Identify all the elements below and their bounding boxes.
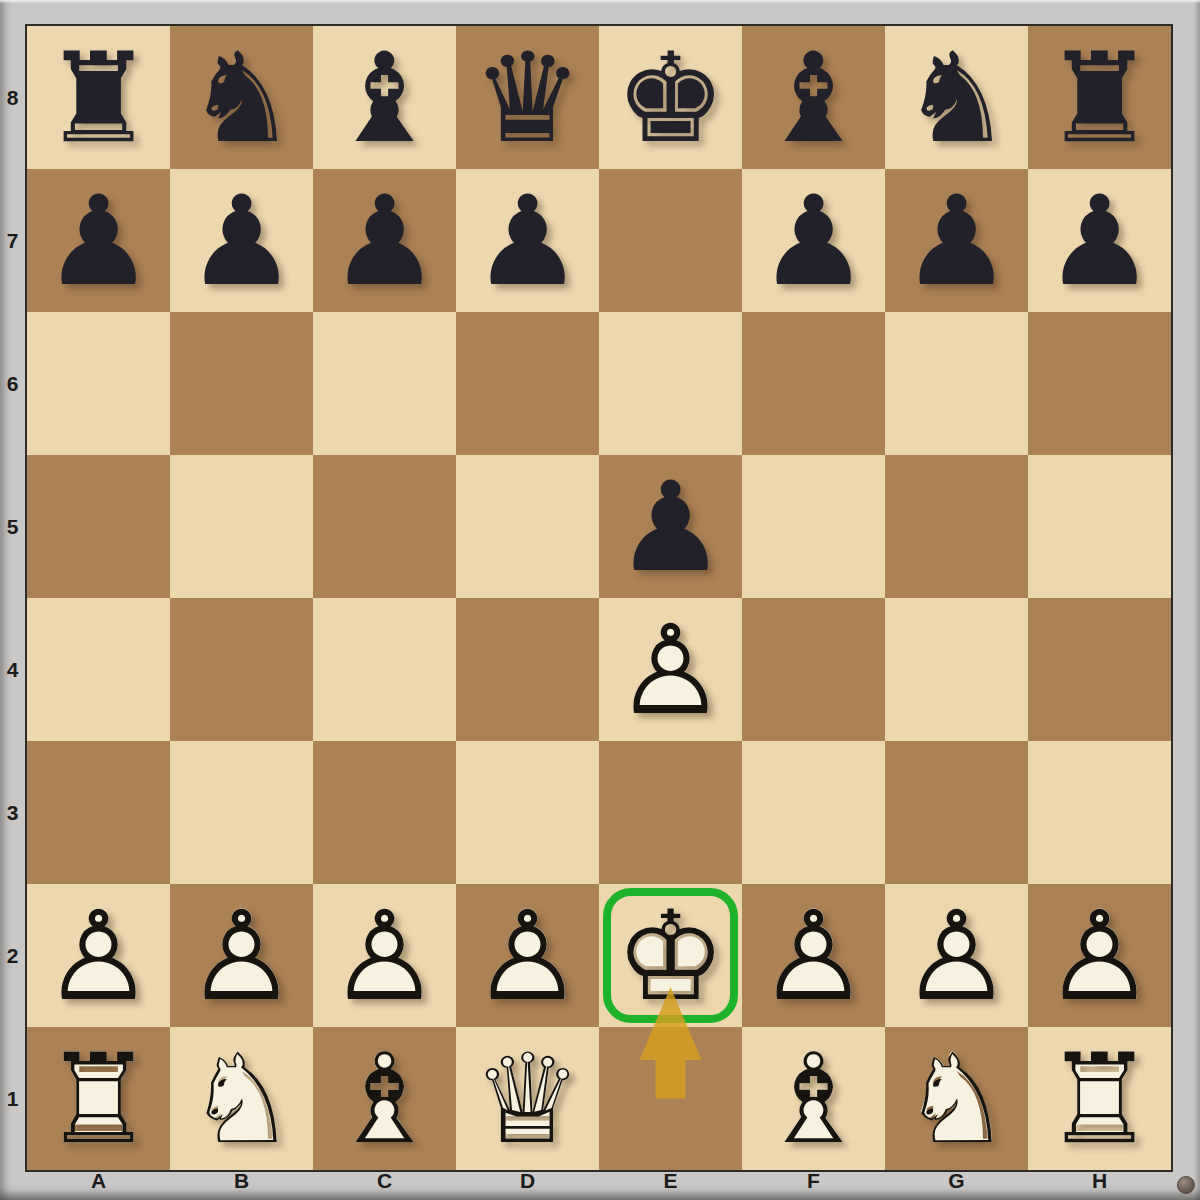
square-g4[interactable] [885, 598, 1028, 741]
square-d3[interactable] [456, 741, 599, 884]
square-c7[interactable]: ♟ [313, 169, 456, 312]
square-b8[interactable]: ♞ [170, 26, 313, 169]
piece-wP-d2[interactable]: ♙ [456, 884, 599, 1027]
square-c8[interactable]: ♝ [313, 26, 456, 169]
piece-bP-h7[interactable]: ♟ [1028, 169, 1171, 312]
piece-wK-e2[interactable]: ♔ [599, 884, 742, 1027]
square-a2[interactable]: ♙ [27, 884, 170, 1027]
piece-wP-f2[interactable]: ♙ [742, 884, 885, 1027]
square-h2[interactable]: ♙ [1028, 884, 1171, 1027]
piece-wP-c2[interactable]: ♙ [313, 884, 456, 1027]
piece-bP-g7[interactable]: ♟ [885, 169, 1028, 312]
square-e2[interactable]: ♔ [599, 884, 742, 1027]
piece-bQ-d8[interactable]: ♛ [456, 26, 599, 169]
piece-bB-c8[interactable]: ♝ [313, 26, 456, 169]
square-a7[interactable]: ♟ [27, 169, 170, 312]
square-a1[interactable]: ♖ [27, 1027, 170, 1170]
square-e7[interactable] [599, 169, 742, 312]
square-h3[interactable] [1028, 741, 1171, 884]
piece-wP-e4[interactable]: ♙ [599, 598, 742, 741]
rank-label-4: 4 [0, 598, 25, 741]
piece-bP-c7[interactable]: ♟ [313, 169, 456, 312]
square-e1[interactable] [599, 1027, 742, 1170]
square-f7[interactable]: ♟ [742, 169, 885, 312]
square-c3[interactable] [313, 741, 456, 884]
square-f3[interactable] [742, 741, 885, 884]
square-g8[interactable]: ♞ [885, 26, 1028, 169]
piece-bN-g8[interactable]: ♞ [885, 26, 1028, 169]
piece-bN-b8[interactable]: ♞ [170, 26, 313, 169]
square-c6[interactable] [313, 312, 456, 455]
file-label-a: A [27, 1170, 170, 1192]
square-b4[interactable] [170, 598, 313, 741]
rank-label-7: 7 [0, 169, 25, 312]
square-f6[interactable] [742, 312, 885, 455]
file-label-b: B [170, 1170, 313, 1192]
square-c5[interactable] [313, 455, 456, 598]
square-e4[interactable]: ♙ [599, 598, 742, 741]
file-label-e: E [599, 1170, 742, 1192]
piece-wR-a1[interactable]: ♖ [27, 1027, 170, 1170]
square-f2[interactable]: ♙ [742, 884, 885, 1027]
rank-label-2: 2 [0, 884, 25, 1027]
square-b2[interactable]: ♙ [170, 884, 313, 1027]
piece-wP-h2[interactable]: ♙ [1028, 884, 1171, 1027]
piece-wB-f1[interactable]: ♗ [742, 1027, 885, 1170]
square-h5[interactable] [1028, 455, 1171, 598]
square-f4[interactable] [742, 598, 885, 741]
square-h1[interactable]: ♖ [1028, 1027, 1171, 1170]
piece-bP-d7[interactable]: ♟ [456, 169, 599, 312]
square-c4[interactable] [313, 598, 456, 741]
square-a5[interactable] [27, 455, 170, 598]
square-h8[interactable]: ♜ [1028, 26, 1171, 169]
square-f8[interactable]: ♝ [742, 26, 885, 169]
square-d1[interactable]: ♕ [456, 1027, 599, 1170]
piece-wN-g1[interactable]: ♘ [885, 1027, 1028, 1170]
square-b5[interactable] [170, 455, 313, 598]
square-g5[interactable] [885, 455, 1028, 598]
file-label-h: H [1028, 1170, 1171, 1192]
piece-bK-e8[interactable]: ♚ [599, 26, 742, 169]
rank-label-6: 6 [0, 312, 25, 455]
square-c2[interactable]: ♙ [313, 884, 456, 1027]
frame-screw-icon [1177, 1176, 1195, 1194]
square-g2[interactable]: ♙ [885, 884, 1028, 1027]
square-d4[interactable] [456, 598, 599, 741]
square-g1[interactable]: ♘ [885, 1027, 1028, 1170]
square-b1[interactable]: ♘ [170, 1027, 313, 1170]
square-e8[interactable]: ♚ [599, 26, 742, 169]
square-a4[interactable] [27, 598, 170, 741]
rank-label-8: 8 [0, 26, 25, 169]
rank-label-5: 5 [0, 455, 25, 598]
file-label-c: C [313, 1170, 456, 1192]
square-a3[interactable] [27, 741, 170, 884]
square-h6[interactable] [1028, 312, 1171, 455]
square-d8[interactable]: ♛ [456, 26, 599, 169]
rank-label-3: 3 [0, 741, 25, 884]
file-label-g: G [885, 1170, 1028, 1192]
file-labels: ABCDEFGH [27, 1170, 1171, 1192]
piece-wP-b2[interactable]: ♙ [170, 884, 313, 1027]
square-e3[interactable] [599, 741, 742, 884]
square-e6[interactable] [599, 312, 742, 455]
rank-label-1: 1 [0, 1027, 25, 1170]
piece-wQ-d1[interactable]: ♕ [456, 1027, 599, 1170]
square-a8[interactable]: ♜ [27, 26, 170, 169]
piece-wB-c1[interactable]: ♗ [313, 1027, 456, 1170]
square-c1[interactable]: ♗ [313, 1027, 456, 1170]
piece-wP-g2[interactable]: ♙ [885, 884, 1028, 1027]
square-b6[interactable] [170, 312, 313, 455]
piece-bR-a8[interactable]: ♜ [27, 26, 170, 169]
rank-labels: 87654321 [0, 26, 25, 1170]
square-g7[interactable]: ♟ [885, 169, 1028, 312]
piece-wN-b1[interactable]: ♘ [170, 1027, 313, 1170]
square-e5[interactable]: ♟ [599, 455, 742, 598]
piece-bB-f8[interactable]: ♝ [742, 26, 885, 169]
square-a6[interactable] [27, 312, 170, 455]
piece-bP-f7[interactable]: ♟ [742, 169, 885, 312]
chess-board[interactable]: ♜♞♝♛♚♝♞♜♟♟♟♟♟♟♟♟♙♙♙♙♙♔♙♙♙♖♘♗♕♗♘♖ [25, 24, 1173, 1172]
square-f1[interactable]: ♗ [742, 1027, 885, 1170]
piece-wR-h1[interactable]: ♖ [1028, 1027, 1171, 1170]
square-g6[interactable] [885, 312, 1028, 455]
piece-bP-b7[interactable]: ♟ [170, 169, 313, 312]
square-d5[interactable] [456, 455, 599, 598]
piece-bP-e5[interactable]: ♟ [599, 455, 742, 598]
square-d2[interactable]: ♙ [456, 884, 599, 1027]
square-d7[interactable]: ♟ [456, 169, 599, 312]
piece-wP-a2[interactable]: ♙ [27, 884, 170, 1027]
file-label-f: F [742, 1170, 885, 1192]
square-h7[interactable]: ♟ [1028, 169, 1171, 312]
square-f5[interactable] [742, 455, 885, 598]
piece-bR-h8[interactable]: ♜ [1028, 26, 1171, 169]
square-d6[interactable] [456, 312, 599, 455]
square-b3[interactable] [170, 741, 313, 884]
piece-bP-a7[interactable]: ♟ [27, 169, 170, 312]
square-g3[interactable] [885, 741, 1028, 884]
board-frame: 87654321 ♜♞♝♛♚♝♞♜♟♟♟♟♟♟♟♟♙♙♙♙♙♔♙♙♙♖♘♗♕♗♘… [0, 0, 1200, 1200]
square-h4[interactable] [1028, 598, 1171, 741]
file-label-d: D [456, 1170, 599, 1192]
square-b7[interactable]: ♟ [170, 169, 313, 312]
